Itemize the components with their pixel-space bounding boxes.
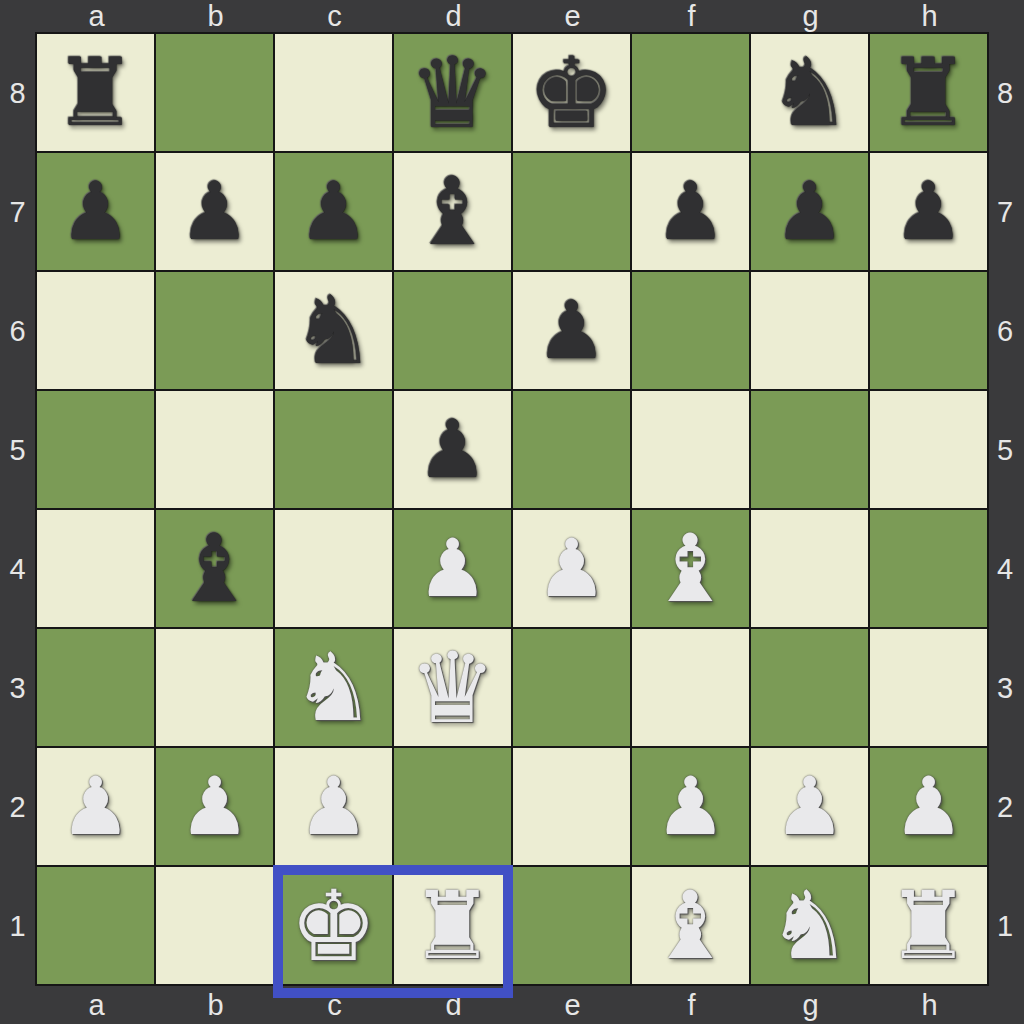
white-pawn[interactable]: ♟ bbox=[655, 767, 727, 847]
square-g5[interactable] bbox=[751, 391, 868, 508]
square-b7[interactable]: ♟ bbox=[156, 153, 273, 270]
square-c6[interactable]: ♞ bbox=[275, 272, 392, 389]
black-queen[interactable]: ♛ bbox=[409, 44, 497, 142]
square-h5[interactable] bbox=[870, 391, 987, 508]
square-b6[interactable] bbox=[156, 272, 273, 389]
white-bishop[interactable]: ♝ bbox=[648, 522, 732, 616]
square-g6[interactable] bbox=[751, 272, 868, 389]
rank-labels-left: 87654321 bbox=[0, 34, 35, 986]
file-label-a: a bbox=[37, 0, 156, 33]
file-label-b: b bbox=[156, 0, 275, 33]
rank-label-6: 6 bbox=[0, 272, 35, 391]
square-e8[interactable]: ♚ bbox=[513, 34, 630, 151]
file-label-g: g bbox=[751, 986, 870, 1024]
square-c1[interactable]: ♚ bbox=[275, 867, 392, 984]
board-frame: abcdefgh abcdefgh 87654321 87654321 ♜♛♚♞… bbox=[0, 0, 1024, 1024]
rank-label-2: 2 bbox=[986, 748, 1024, 867]
square-c4[interactable] bbox=[275, 510, 392, 627]
square-d5[interactable]: ♟ bbox=[394, 391, 511, 508]
square-d3[interactable]: ♛ bbox=[394, 629, 511, 746]
black-pawn[interactable]: ♟ bbox=[655, 172, 727, 252]
file-label-a: a bbox=[37, 986, 156, 1024]
rank-label-3: 3 bbox=[0, 629, 35, 748]
file-label-c: c bbox=[275, 0, 394, 33]
white-pawn[interactable]: ♟ bbox=[179, 767, 251, 847]
square-a4[interactable] bbox=[37, 510, 154, 627]
white-queen[interactable]: ♛ bbox=[409, 639, 497, 737]
square-b8[interactable] bbox=[156, 34, 273, 151]
square-f1[interactable]: ♝ bbox=[632, 867, 749, 984]
black-rook[interactable]: ♜ bbox=[53, 46, 137, 140]
square-h4[interactable] bbox=[870, 510, 987, 627]
square-f5[interactable] bbox=[632, 391, 749, 508]
file-label-e: e bbox=[513, 986, 632, 1024]
square-c3[interactable]: ♞ bbox=[275, 629, 392, 746]
square-c2[interactable]: ♟ bbox=[275, 748, 392, 865]
rank-label-4: 4 bbox=[986, 510, 1024, 629]
square-d6[interactable] bbox=[394, 272, 511, 389]
square-f8[interactable] bbox=[632, 34, 749, 151]
black-pawn[interactable]: ♟ bbox=[893, 172, 965, 252]
white-pawn[interactable]: ♟ bbox=[893, 767, 965, 847]
rank-label-1: 1 bbox=[0, 867, 35, 986]
square-h2[interactable]: ♟ bbox=[870, 748, 987, 865]
square-d2[interactable] bbox=[394, 748, 511, 865]
rank-labels-right: 87654321 bbox=[986, 34, 1024, 986]
file-label-d: d bbox=[394, 986, 513, 1024]
white-pawn[interactable]: ♟ bbox=[417, 529, 489, 609]
white-bishop[interactable]: ♝ bbox=[648, 879, 732, 973]
black-king[interactable]: ♚ bbox=[528, 44, 616, 142]
square-f7[interactable]: ♟ bbox=[632, 153, 749, 270]
square-b5[interactable] bbox=[156, 391, 273, 508]
square-a3[interactable] bbox=[37, 629, 154, 746]
square-e5[interactable] bbox=[513, 391, 630, 508]
square-e1[interactable] bbox=[513, 867, 630, 984]
black-bishop[interactable]: ♝ bbox=[172, 522, 256, 616]
square-f6[interactable] bbox=[632, 272, 749, 389]
file-label-h: h bbox=[870, 986, 989, 1024]
file-label-d: d bbox=[394, 0, 513, 33]
white-pawn[interactable]: ♟ bbox=[536, 529, 608, 609]
square-a1[interactable] bbox=[37, 867, 154, 984]
square-b3[interactable] bbox=[156, 629, 273, 746]
square-e7[interactable] bbox=[513, 153, 630, 270]
square-a5[interactable] bbox=[37, 391, 154, 508]
square-b1[interactable] bbox=[156, 867, 273, 984]
square-h3[interactable] bbox=[870, 629, 987, 746]
square-g8[interactable]: ♞ bbox=[751, 34, 868, 151]
file-label-b: b bbox=[156, 986, 275, 1024]
rank-label-8: 8 bbox=[986, 34, 1024, 153]
file-label-g: g bbox=[751, 0, 870, 33]
square-d7[interactable]: ♝ bbox=[394, 153, 511, 270]
square-c7[interactable]: ♟ bbox=[275, 153, 392, 270]
black-knight[interactable]: ♞ bbox=[291, 284, 375, 378]
rank-label-5: 5 bbox=[0, 391, 35, 510]
square-d8[interactable]: ♛ bbox=[394, 34, 511, 151]
square-d4[interactable]: ♟ bbox=[394, 510, 511, 627]
file-label-f: f bbox=[632, 986, 751, 1024]
square-e3[interactable] bbox=[513, 629, 630, 746]
square-f3[interactable] bbox=[632, 629, 749, 746]
square-g2[interactable]: ♟ bbox=[751, 748, 868, 865]
rank-label-6: 6 bbox=[986, 272, 1024, 391]
square-h7[interactable]: ♟ bbox=[870, 153, 987, 270]
square-d1[interactable]: ♜ bbox=[394, 867, 511, 984]
white-knight[interactable]: ♞ bbox=[767, 879, 851, 973]
white-pawn[interactable]: ♟ bbox=[60, 767, 132, 847]
white-rook[interactable]: ♜ bbox=[410, 879, 494, 973]
square-g7[interactable]: ♟ bbox=[751, 153, 868, 270]
white-knight[interactable]: ♞ bbox=[291, 641, 375, 735]
file-label-f: f bbox=[632, 0, 751, 33]
square-a7[interactable]: ♟ bbox=[37, 153, 154, 270]
square-g1[interactable]: ♞ bbox=[751, 867, 868, 984]
square-a6[interactable] bbox=[37, 272, 154, 389]
square-f2[interactable]: ♟ bbox=[632, 748, 749, 865]
square-e2[interactable] bbox=[513, 748, 630, 865]
white-king[interactable]: ♚ bbox=[290, 877, 378, 975]
file-labels-bottom: abcdefgh bbox=[37, 986, 989, 1024]
square-a2[interactable]: ♟ bbox=[37, 748, 154, 865]
rank-label-8: 8 bbox=[0, 34, 35, 153]
black-rook[interactable]: ♜ bbox=[886, 46, 970, 140]
square-h8[interactable]: ♜ bbox=[870, 34, 987, 151]
file-label-c: c bbox=[275, 986, 394, 1024]
square-g4[interactable] bbox=[751, 510, 868, 627]
file-labels-top: abcdefgh bbox=[37, 0, 989, 32]
rank-label-5: 5 bbox=[986, 391, 1024, 510]
black-pawn[interactable]: ♟ bbox=[298, 172, 370, 252]
rank-label-4: 4 bbox=[0, 510, 35, 629]
rank-label-3: 3 bbox=[986, 629, 1024, 748]
chess-board: ♜♛♚♞♜♟♟♟♝♟♟♟♞♟♟♝♟♟♝♞♛♟♟♟♟♟♟♚♜♝♞♜ bbox=[35, 32, 989, 986]
square-e4[interactable]: ♟ bbox=[513, 510, 630, 627]
square-f4[interactable]: ♝ bbox=[632, 510, 749, 627]
rank-label-7: 7 bbox=[986, 153, 1024, 272]
square-c5[interactable] bbox=[275, 391, 392, 508]
white-pawn[interactable]: ♟ bbox=[298, 767, 370, 847]
file-label-e: e bbox=[513, 0, 632, 33]
rank-label-1: 1 bbox=[986, 867, 1024, 986]
rank-label-7: 7 bbox=[0, 153, 35, 272]
black-pawn[interactable]: ♟ bbox=[536, 291, 608, 371]
black-pawn[interactable]: ♟ bbox=[774, 172, 846, 252]
square-h6[interactable] bbox=[870, 272, 987, 389]
square-e6[interactable]: ♟ bbox=[513, 272, 630, 389]
black-bishop[interactable]: ♝ bbox=[410, 165, 494, 259]
square-b4[interactable]: ♝ bbox=[156, 510, 273, 627]
square-c8[interactable] bbox=[275, 34, 392, 151]
square-h1[interactable]: ♜ bbox=[870, 867, 987, 984]
square-b2[interactable]: ♟ bbox=[156, 748, 273, 865]
square-a8[interactable]: ♜ bbox=[37, 34, 154, 151]
rank-label-2: 2 bbox=[0, 748, 35, 867]
black-pawn[interactable]: ♟ bbox=[417, 410, 489, 490]
black-knight[interactable]: ♞ bbox=[767, 46, 851, 140]
white-rook[interactable]: ♜ bbox=[886, 879, 970, 973]
black-pawn[interactable]: ♟ bbox=[60, 172, 132, 252]
square-g3[interactable] bbox=[751, 629, 868, 746]
black-pawn[interactable]: ♟ bbox=[179, 172, 251, 252]
white-pawn[interactable]: ♟ bbox=[774, 767, 846, 847]
file-label-h: h bbox=[870, 0, 989, 33]
